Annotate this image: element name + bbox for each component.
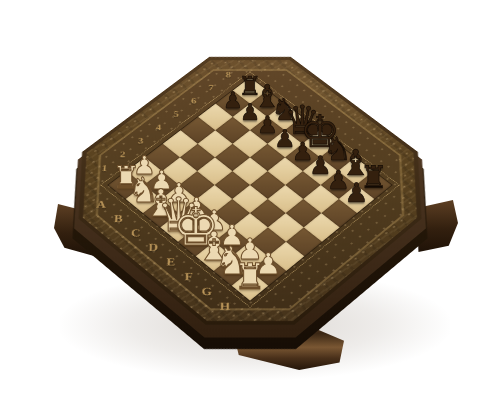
rank-label-7: 7: [209, 83, 214, 92]
file-label-h: H: [219, 300, 230, 314]
file-label-f: F: [184, 270, 192, 283]
file-label-a: A: [96, 198, 106, 211]
black-pawn-h7[interactable]: ♟: [345, 180, 369, 207]
rank-label-6: 6: [191, 96, 197, 105]
file-label-d: D: [148, 241, 158, 254]
white-rook-h1[interactable]: ♜: [234, 259, 266, 295]
rank-label-5: 5: [174, 109, 180, 118]
rank-label-8: 8: [226, 70, 231, 79]
rank-label-3: 3: [138, 136, 144, 145]
rank-label-4: 4: [156, 122, 162, 131]
chess-board-product-photo: ABCDEFGH 12345678 ♜♝♞♛♚♞♝♜♟♟♟♟♟♟♟♟♟♟♟♟♟♟…: [0, 0, 500, 400]
rank-label-1: 1: [102, 163, 108, 172]
file-label-g: G: [201, 285, 212, 298]
file-label-e: E: [166, 255, 175, 268]
file-label-b: B: [113, 212, 122, 225]
rank-label-2: 2: [120, 149, 126, 158]
file-label-c: C: [130, 226, 140, 239]
